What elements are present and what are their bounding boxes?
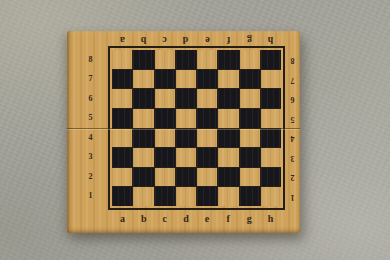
square-g5[interactable] (240, 109, 260, 128)
square-b2[interactable] (133, 168, 153, 187)
square-c5[interactable] (155, 109, 175, 128)
square-e4[interactable] (197, 129, 217, 148)
square-c7[interactable] (155, 70, 175, 89)
square-e6[interactable] (197, 89, 217, 108)
square-b6[interactable] (133, 89, 153, 108)
square-f4[interactable] (218, 129, 238, 148)
file-top-label-h: h (260, 34, 281, 46)
square-f6[interactable] (218, 89, 238, 108)
file-bottom-label-e: e (197, 213, 218, 225)
square-e3[interactable] (197, 148, 217, 167)
rank-right-label-8: 8 (285, 50, 300, 70)
square-e1[interactable] (197, 187, 217, 206)
square-c3[interactable] (155, 148, 175, 167)
file-top-label-g: g (239, 34, 260, 46)
rank-labels-left: 87654321 (83, 50, 98, 206)
square-f2[interactable] (218, 168, 238, 187)
square-h2[interactable] (261, 168, 281, 187)
rank-left-label-4: 4 (83, 128, 98, 148)
square-c6[interactable] (155, 89, 175, 108)
file-bottom-label-a: a (112, 213, 133, 225)
rank-right-label-7: 7 (285, 70, 300, 90)
square-e7[interactable] (197, 70, 217, 89)
square-h8[interactable] (261, 50, 281, 69)
square-h4[interactable] (261, 129, 281, 148)
square-d4[interactable] (176, 129, 196, 148)
rank-left-label-7: 7 (83, 70, 98, 90)
file-bottom-label-f: f (218, 213, 239, 225)
file-top-label-c: c (154, 34, 175, 46)
rank-left-label-1: 1 (83, 187, 98, 207)
rank-left-label-3: 3 (83, 148, 98, 168)
file-bottom-label-d: d (175, 213, 196, 225)
square-e5[interactable] (197, 109, 217, 128)
file-top-label-e: e (197, 34, 218, 46)
square-b1[interactable] (133, 187, 153, 206)
square-g4[interactable] (240, 129, 260, 148)
rank-right-label-2: 2 (285, 167, 300, 187)
rank-right-label-5: 5 (285, 109, 300, 129)
square-d7[interactable] (176, 70, 196, 89)
square-d6[interactable] (176, 89, 196, 108)
photo-background: abcdefgh abcdefgh 87654321 87654321 (0, 0, 390, 260)
square-h6[interactable] (261, 89, 281, 108)
square-d2[interactable] (176, 168, 196, 187)
squares-grid (112, 50, 281, 206)
square-g6[interactable] (240, 89, 260, 108)
rank-left-label-6: 6 (83, 89, 98, 109)
board-frame (108, 46, 285, 210)
square-a7[interactable] (112, 70, 132, 89)
square-a8[interactable] (112, 50, 132, 69)
square-f7[interactable] (218, 70, 238, 89)
rank-right-label-4: 4 (285, 128, 300, 148)
square-e2[interactable] (197, 168, 217, 187)
square-d5[interactable] (176, 109, 196, 128)
rank-right-label-3: 3 (285, 148, 300, 168)
square-b4[interactable] (133, 129, 153, 148)
chessboard: abcdefgh abcdefgh 87654321 87654321 (67, 31, 300, 233)
square-b7[interactable] (133, 70, 153, 89)
square-f3[interactable] (218, 148, 238, 167)
square-b8[interactable] (133, 50, 153, 69)
square-h7[interactable] (261, 70, 281, 89)
rank-labels-right: 87654321 (285, 50, 300, 206)
square-a5[interactable] (112, 109, 132, 128)
square-b5[interactable] (133, 109, 153, 128)
square-c2[interactable] (155, 168, 175, 187)
square-g2[interactable] (240, 168, 260, 187)
square-a3[interactable] (112, 148, 132, 167)
square-h3[interactable] (261, 148, 281, 167)
square-f5[interactable] (218, 109, 238, 128)
file-top-label-d: d (175, 34, 196, 46)
square-c1[interactable] (155, 187, 175, 206)
square-c4[interactable] (155, 129, 175, 148)
rank-right-label-6: 6 (285, 89, 300, 109)
square-d3[interactable] (176, 148, 196, 167)
rank-left-label-5: 5 (83, 109, 98, 129)
square-a4[interactable] (112, 129, 132, 148)
file-bottom-label-b: b (133, 213, 154, 225)
rank-left-label-2: 2 (83, 167, 98, 187)
file-labels-top: abcdefgh (112, 34, 281, 46)
square-b3[interactable] (133, 148, 153, 167)
file-top-label-f: f (218, 34, 239, 46)
square-a1[interactable] (112, 187, 132, 206)
square-g7[interactable] (240, 70, 260, 89)
file-labels-bottom: abcdefgh (112, 213, 281, 225)
square-h1[interactable] (261, 187, 281, 206)
square-g8[interactable] (240, 50, 260, 69)
square-a2[interactable] (112, 168, 132, 187)
square-e8[interactable] (197, 50, 217, 69)
file-bottom-label-c: c (154, 213, 175, 225)
square-a6[interactable] (112, 89, 132, 108)
rank-right-label-1: 1 (285, 187, 300, 207)
square-f1[interactable] (218, 187, 238, 206)
square-h5[interactable] (261, 109, 281, 128)
square-f8[interactable] (218, 50, 238, 69)
square-d1[interactable] (176, 187, 196, 206)
square-g1[interactable] (240, 187, 260, 206)
square-c8[interactable] (155, 50, 175, 69)
file-top-label-a: a (112, 34, 133, 46)
file-top-label-b: b (133, 34, 154, 46)
rank-left-label-8: 8 (83, 50, 98, 70)
square-d8[interactable] (176, 50, 196, 69)
square-g3[interactable] (240, 148, 260, 167)
file-bottom-label-h: h (260, 213, 281, 225)
file-bottom-label-g: g (239, 213, 260, 225)
